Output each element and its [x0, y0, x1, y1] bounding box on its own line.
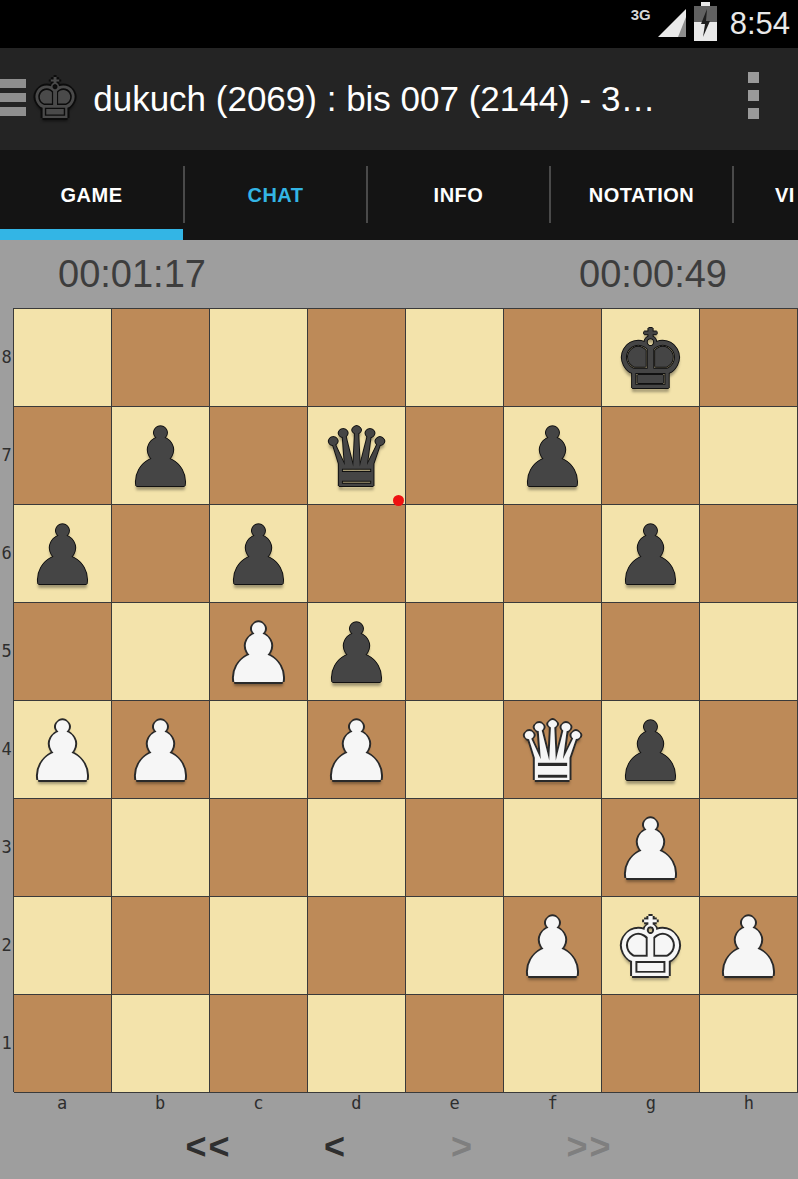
overflow-menu-icon[interactable] [748, 72, 759, 119]
white-pawn: ♟ [320, 707, 394, 793]
white-pawn: ♟ [222, 609, 296, 695]
square-g2[interactable]: ♚ [602, 897, 700, 995]
square-e1[interactable] [406, 995, 504, 1093]
square-d4[interactable]: ♟ [308, 701, 406, 799]
square-g5[interactable] [602, 603, 700, 701]
white-player-clock: 00:01:17 [58, 253, 206, 296]
square-g1[interactable] [602, 995, 700, 1093]
white-queen: ♛ [516, 707, 590, 793]
rank-label-7: 7 [0, 406, 13, 504]
square-c5[interactable]: ♟ [210, 603, 308, 701]
square-f2[interactable]: ♟ [504, 897, 602, 995]
square-a6[interactable]: ♟ [14, 505, 112, 603]
black-pawn: ♟ [320, 609, 394, 695]
square-d6[interactable] [308, 505, 406, 603]
file-label-a: a [13, 1092, 111, 1114]
previous-move-button[interactable]: < [276, 1126, 396, 1168]
square-g7[interactable] [602, 407, 700, 505]
square-c1[interactable] [210, 995, 308, 1093]
square-c7[interactable] [210, 407, 308, 505]
square-c4[interactable] [210, 701, 308, 799]
tab-info[interactable]: INFO [366, 150, 549, 240]
black-queen: ♛ [320, 413, 394, 499]
square-h2[interactable]: ♟ [700, 897, 798, 995]
square-f7[interactable]: ♟ [504, 407, 602, 505]
square-a7[interactable] [14, 407, 112, 505]
square-h7[interactable] [700, 407, 798, 505]
square-h4[interactable] [700, 701, 798, 799]
game-title: dukuch (2069) : bis 007 (2144) - 3… [93, 79, 655, 119]
rank-labels: 87654321 [0, 308, 13, 1092]
square-a2[interactable] [14, 897, 112, 995]
square-d7[interactable]: ♛ [308, 407, 406, 505]
menu-icon[interactable] [0, 79, 26, 116]
black-king-app-icon: ♚ [30, 71, 80, 127]
file-label-g: g [602, 1092, 700, 1114]
black-pawn: ♟ [516, 413, 590, 499]
square-h1[interactable] [700, 995, 798, 1093]
file-label-e: e [406, 1092, 504, 1114]
file-label-b: b [111, 1092, 209, 1114]
rank-label-1: 1 [0, 994, 13, 1092]
square-e6[interactable] [406, 505, 504, 603]
status-bar: 3G 8:54 [0, 0, 798, 48]
rank-label-3: 3 [0, 798, 13, 896]
square-c2[interactable] [210, 897, 308, 995]
black-king: ♚ [614, 315, 688, 401]
black-pawn: ♟ [614, 511, 688, 597]
network-type-label: 3G [631, 6, 651, 23]
square-g6[interactable]: ♟ [602, 505, 700, 603]
app-screen: 3G 8:54 ♚ dukuch (2069) : bis 007 (2144)… [0, 0, 798, 1179]
white-pawn: ♟ [614, 805, 688, 891]
square-e3[interactable] [406, 799, 504, 897]
tab-game[interactable]: GAME [0, 150, 183, 240]
square-a1[interactable] [14, 995, 112, 1093]
clock-time: 8:54 [730, 6, 790, 42]
square-a4[interactable]: ♟ [14, 701, 112, 799]
square-d1[interactable] [308, 995, 406, 1093]
square-h3[interactable] [700, 799, 798, 897]
square-f1[interactable] [504, 995, 602, 1093]
square-f5[interactable] [504, 603, 602, 701]
black-pawn: ♟ [26, 511, 100, 597]
chess-board[interactable]: ♚♟♛♟♟♟♟♟♟♟♟♟♛♟♟♟♚♟ [13, 308, 798, 1092]
square-c3[interactable] [210, 799, 308, 897]
square-h5[interactable] [700, 603, 798, 701]
square-b1[interactable] [112, 995, 210, 1093]
square-b8[interactable] [112, 309, 210, 407]
square-b2[interactable] [112, 897, 210, 995]
square-g4[interactable]: ♟ [602, 701, 700, 799]
chess-board-area: 87654321 ♚♟♛♟♟♟♟♟♟♟♟♟♛♟♟♟♚♟ [0, 308, 798, 1092]
square-g8[interactable]: ♚ [602, 309, 700, 407]
square-d2[interactable] [308, 897, 406, 995]
square-b7[interactable]: ♟ [112, 407, 210, 505]
black-pawn: ♟ [222, 511, 296, 597]
file-labels: abcdefgh [0, 1092, 798, 1114]
square-b6[interactable] [112, 505, 210, 603]
square-d8[interactable] [308, 309, 406, 407]
last-move-button[interactable]: >> [530, 1126, 650, 1168]
white-king: ♚ [614, 903, 688, 989]
move-navigation: <<<>>> [0, 1114, 798, 1179]
square-f4[interactable]: ♛ [504, 701, 602, 799]
square-e4[interactable] [406, 701, 504, 799]
file-label-d: d [307, 1092, 405, 1114]
square-e2[interactable] [406, 897, 504, 995]
square-b5[interactable] [112, 603, 210, 701]
rank-label-5: 5 [0, 602, 13, 700]
square-f8[interactable] [504, 309, 602, 407]
white-pawn: ♟ [124, 707, 198, 793]
next-move-button[interactable]: > [403, 1126, 523, 1168]
file-label-f: f [504, 1092, 602, 1114]
square-b4[interactable]: ♟ [112, 701, 210, 799]
file-label-c: c [209, 1092, 307, 1114]
rank-label-4: 4 [0, 700, 13, 798]
signal-icon [657, 6, 687, 42]
rank-label-6: 6 [0, 504, 13, 602]
square-f3[interactable] [504, 799, 602, 897]
square-g3[interactable]: ♟ [602, 799, 700, 897]
square-h6[interactable] [700, 505, 798, 603]
battery-charging-icon [693, 2, 718, 46]
tab-chat[interactable]: CHAT [183, 150, 366, 240]
black-pawn: ♟ [124, 413, 198, 499]
square-d3[interactable] [308, 799, 406, 897]
square-b3[interactable] [112, 799, 210, 897]
square-c8[interactable] [210, 309, 308, 407]
last-move-marker [393, 495, 404, 506]
square-a5[interactable] [14, 603, 112, 701]
tab-vi[interactable]: VI [732, 150, 798, 240]
square-e5[interactable] [406, 603, 504, 701]
white-pawn: ♟ [712, 903, 786, 989]
square-c6[interactable]: ♟ [210, 505, 308, 603]
rank-label-2: 2 [0, 896, 13, 994]
clock-row: 00:01:17 00:00:49 [0, 240, 798, 308]
file-label-h: h [700, 1092, 798, 1114]
square-a3[interactable] [14, 799, 112, 897]
tab-notation[interactable]: NOTATION [549, 150, 732, 240]
square-d5[interactable]: ♟ [308, 603, 406, 701]
tab-bar: GAMECHATINFONOTATIONVI [0, 150, 798, 240]
black-player-clock: 00:00:49 [579, 253, 727, 296]
square-f6[interactable] [504, 505, 602, 603]
square-h8[interactable] [700, 309, 798, 407]
rank-label-8: 8 [0, 308, 13, 406]
square-a8[interactable] [14, 309, 112, 407]
action-bar: ♚ dukuch (2069) : bis 007 (2144) - 3… [0, 48, 798, 150]
square-e7[interactable] [406, 407, 504, 505]
first-move-button[interactable]: << [149, 1126, 269, 1168]
white-pawn: ♟ [516, 903, 590, 989]
white-pawn: ♟ [26, 707, 100, 793]
black-pawn: ♟ [614, 707, 688, 793]
square-e8[interactable] [406, 309, 504, 407]
